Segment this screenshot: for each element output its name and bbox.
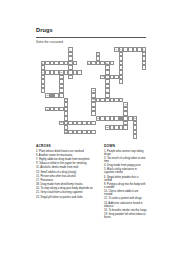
clue-item: 5. Black sticky substance in cigarette s… [104,168,147,174]
clue-number: 4 [143,48,144,50]
clue-item: 13. Small tablets of a drug (slang) [36,171,100,174]
clue-item: 12. To calm a patient with drugs [104,197,147,200]
clue-item: 6. Another name for marijuana [36,154,100,157]
clue-item: 17. Poisonous [36,179,100,182]
clue-number: 14 [65,98,67,100]
clue-item: 18. Drug made from dried hemp leaves [36,183,100,186]
clue-number: 11 [102,75,104,77]
clue-item: 9. Tobacco rolled in thin paper for smok… [36,162,100,165]
clue-number: 21 [106,126,108,128]
grid-cell[interactable] [110,61,115,66]
grid-cell[interactable] [91,130,96,135]
clue-item: 20. To stop taking a drug your body depe… [36,187,100,190]
clue-number: 10 [60,71,62,73]
clue-number: 16 [125,103,127,105]
grid-cell[interactable] [142,65,147,70]
clue-item: 3. Too much of a drug taken at one time [104,157,147,163]
clue-number: 13 [46,94,48,96]
clue-item: 11. Alcoholic drinks made from malt [36,166,100,169]
grid-cell[interactable] [91,121,96,126]
clue-number: 22 [65,131,67,133]
clue-item: 7. Highly addictive drug made from morph… [36,158,100,161]
down-clue-list: 1. People who cannot stop taking drugs3.… [104,150,147,220]
across-header: ACROSS [36,144,100,148]
across-clues: ACROSS 2. Plant whose dried leaves are s… [36,144,100,200]
grid-cell[interactable] [119,79,124,84]
clue-number: 19 [134,117,136,119]
worksheet-instructions: Solve the crossword [36,40,63,44]
clue-item: 1. People who cannot stop taking drugs [104,150,147,156]
clue-item: 16. To breathe smoke into the lungs [104,209,147,212]
clue-item: 19. Grey powder left when tobacco burns [104,213,147,219]
clue-item: 10. Clinics where addicts are treated [104,190,147,196]
grid-cell[interactable] [73,61,78,66]
clue-item: 22. Illegal pill taken at parties and cl… [36,196,100,199]
down-header: DOWN [104,144,147,148]
down-clues: DOWN 1. People who cannot stop taking dr… [104,144,147,220]
clue-item: 6. Illegal white powder that is sniffed [104,176,147,182]
clue-number: 9 [42,71,43,73]
clue-item: 21. Grey cloud from a burning cigarette [36,191,100,194]
clue-item: 2. Plant whose dried leaves are smoked [36,150,100,153]
crossword-grid: 12345678910111213141516171819202122 [36,47,147,140]
clue-number: 17 [46,108,48,110]
clue-number: 7 [88,62,89,64]
clue-item: 4. Drug made from poppy juice [104,164,147,167]
grid-cell[interactable] [123,125,128,130]
grid-cell[interactable] [133,134,138,139]
grid-cell[interactable] [68,75,73,80]
worksheet-page: Drugs Solve the crossword 12345678910111… [0,0,180,256]
title-rule [36,37,146,38]
across-clue-list: 2. Plant whose dried leaves are smoked6.… [36,150,100,199]
clue-number: 6 [42,62,43,64]
clue-item: 15. Person who often has alcohol [36,175,100,178]
clue-item: 14. Addictive substance found in tobacco [104,202,147,208]
clue-number: 5 [97,52,98,54]
clue-number: 15 [92,98,94,100]
clue-item: 8. Putting a drug into the body with a n… [104,183,147,189]
clue-number: 3 [120,48,121,50]
clue-number: 20 [60,121,62,123]
clue-number: 1 [69,48,70,50]
worksheet-title: Drugs [36,27,53,33]
clue-number: 2 [115,48,116,50]
grid-cell[interactable] [77,70,82,75]
clue-number: 8 [106,62,107,64]
clue-number: 12 [92,89,94,91]
clue-number: 18 [97,117,99,119]
